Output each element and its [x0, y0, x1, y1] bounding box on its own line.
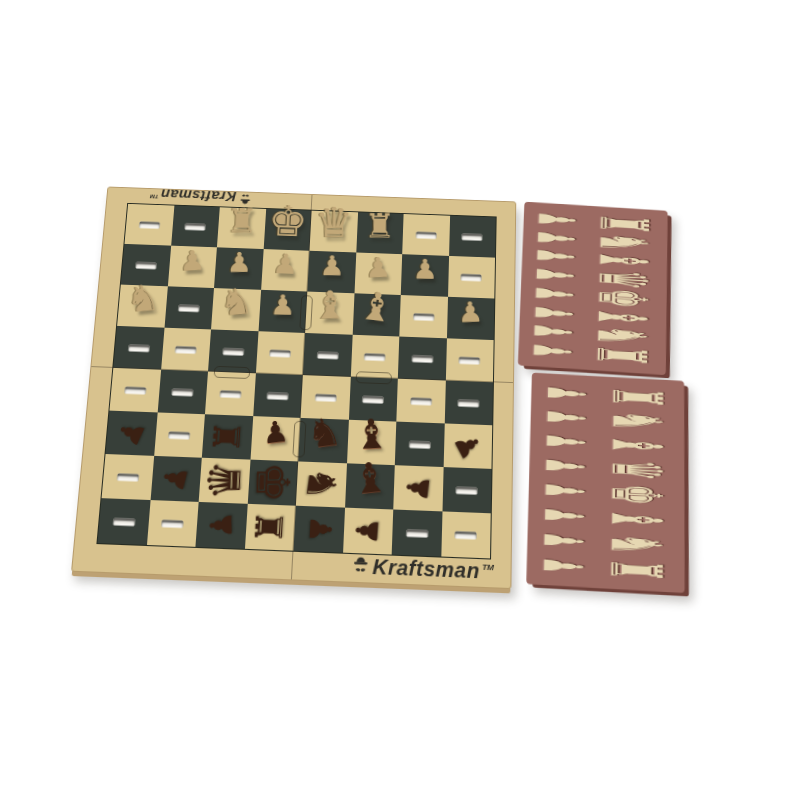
piece-slot-cutout: [169, 431, 191, 439]
board-square-r1c7[interactable]: [402, 214, 449, 256]
piece-slot-cutout: [462, 233, 483, 240]
piece-slot-cutout: [135, 261, 156, 268]
piece-tray-bottom: ♟♜♟♞♟♝♟♛♟♚♟♝♟♞♟♜: [526, 373, 684, 593]
piece-slot-cutout: [412, 355, 433, 363]
piece-slot-cutout: [175, 346, 196, 354]
tray-cutout-rook: ♜: [587, 344, 655, 368]
board-square-r6c8[interactable]: ♟: [443, 423, 492, 468]
jigsaw-tab: [214, 366, 251, 379]
piece-slot-cutout: [315, 393, 336, 401]
board-square-r3c8[interactable]: ♟: [446, 297, 494, 340]
product-photo-scene: Kraftsman TM ♜♚♛♜♟♟♟♟♟♟♞♞♟♝♝♟♟♜♟♞♝♟♟♛♚♞♝…: [57, 168, 683, 615]
board-square-r5c1[interactable]: [109, 368, 160, 413]
tan-pawn-piece[interactable]: ♟: [319, 253, 345, 281]
jigsaw-tab: [299, 295, 313, 330]
dark-bishop-piece[interactable]: ♝: [350, 456, 390, 501]
board-square-r5c7[interactable]: [396, 379, 445, 424]
board-square-r8c6[interactable]: ♟: [343, 508, 394, 555]
board-square-r3c1[interactable]: ♞: [117, 285, 167, 328]
tan-pawn-piece[interactable]: ♟: [365, 254, 391, 282]
tan-rook-piece[interactable]: ♜: [226, 205, 258, 239]
tan-king-piece[interactable]: ♚: [267, 200, 309, 243]
board-square-r8c2[interactable]: [146, 500, 198, 547]
board-square-r3c6[interactable]: ♝: [352, 293, 401, 336]
board-square-r8c1[interactable]: [98, 498, 151, 545]
dark-rook-piece[interactable]: ♜: [251, 510, 290, 545]
tray-cutout-pawn: ♟: [528, 304, 580, 322]
board-square-r3c5[interactable]: ♝: [305, 292, 354, 335]
tray-cutout-bishop: ♝: [602, 507, 672, 531]
tray-row: ♟♜: [532, 554, 680, 583]
tray-cutout-knight: ♞: [603, 410, 671, 433]
piece-slot-cutout: [363, 395, 384, 403]
piece-slot-cutout: [270, 349, 291, 357]
board-square-r6c7[interactable]: [395, 422, 444, 467]
board-square-r8c3[interactable]: ♟: [195, 502, 247, 549]
tan-pawn-piece[interactable]: ♟: [180, 247, 206, 276]
board-square-r1c2[interactable]: [171, 206, 220, 248]
tray-cutout-pawn: ♟: [531, 229, 582, 246]
board-square-r6c2[interactable]: [154, 412, 205, 457]
board-square-r4c1[interactable]: [113, 326, 164, 370]
tray-cutout-pawn: ♟: [537, 506, 591, 525]
board-square-r2c2[interactable]: ♟: [167, 246, 217, 288]
tan-pawn-piece[interactable]: ♟: [270, 292, 296, 320]
tan-pawn-piece[interactable]: ♟: [226, 249, 252, 277]
tray-cutout-pawn: ♟: [538, 481, 592, 500]
tray-cutout-pawn: ♟: [538, 457, 591, 475]
board-square-r7c8[interactable]: [442, 467, 492, 513]
tray-cutout-pawn: ♟: [536, 556, 590, 575]
piece-tray-top: ♟♜♟♞♟♝♟♛♟♚♟♝♟♞♟♜: [518, 202, 668, 375]
dark-king-piece[interactable]: ♚: [249, 462, 296, 504]
dark-rook-piece[interactable]: ♜: [208, 420, 247, 454]
piece-slot-cutout: [416, 231, 437, 238]
tray-cutout-pawn: ♟: [536, 531, 590, 550]
board-square-r4c4[interactable]: [255, 331, 305, 375]
dark-knight-piece[interactable]: ♞: [300, 465, 343, 505]
piece-slot-cutout: [179, 304, 200, 312]
dark-knight-piece[interactable]: ♞: [304, 412, 343, 455]
dark-pawn-piece[interactable]: ♟: [402, 473, 435, 503]
board-square-r6c3[interactable]: ♜: [202, 414, 253, 459]
piece-slot-cutout: [413, 313, 434, 321]
tray-cutout-pawn: ♟: [540, 384, 593, 402]
board-square-r4c2[interactable]: [161, 328, 211, 372]
tan-rook-piece[interactable]: ♜: [364, 210, 395, 244]
board-square-r2c7[interactable]: ♟: [401, 254, 449, 297]
board-square-r5c8[interactable]: [444, 381, 493, 426]
board-square-r3c3[interactable]: ♞: [211, 288, 261, 331]
board-square-r5c2[interactable]: [157, 370, 208, 415]
tray-cutout-rook: ♜: [604, 386, 672, 409]
tray-cutout-pawn: ♟: [539, 432, 592, 450]
board-square-r8c4[interactable]: ♜: [244, 504, 295, 551]
brand-name-top: Kraftsman: [160, 187, 237, 205]
board-square-r5c4[interactable]: [253, 373, 303, 418]
piece-slot-cutout: [139, 221, 160, 228]
board-square-r6c5[interactable]: ♞: [298, 418, 348, 463]
piece-slot-cutout: [185, 223, 206, 230]
brand-tm-top: TM: [150, 194, 159, 200]
board-square-r3c7[interactable]: [399, 295, 447, 338]
jigsaw-tab: [356, 371, 392, 384]
piece-slot-cutout: [172, 388, 194, 396]
tan-pawn-piece[interactable]: ♟: [412, 256, 438, 284]
board-square-r7c3[interactable]: ♛: [199, 458, 250, 504]
board-square-r4c8[interactable]: [445, 338, 493, 382]
dark-pawn-piece[interactable]: ♟: [158, 463, 193, 495]
piece-slot-cutout: [406, 529, 428, 537]
board-square-r7c1[interactable]: [102, 454, 154, 500]
board-square-r8c7[interactable]: [392, 510, 442, 557]
board-square-r1c5[interactable]: ♛: [309, 211, 357, 253]
board-square-r4c5[interactable]: [303, 333, 352, 377]
tray-cutout-pawn: ♟: [526, 342, 578, 360]
board-square-r2c4[interactable]: ♟: [261, 249, 310, 291]
brand-name-bottom: Kraftsman: [372, 555, 480, 584]
board-square-r1c4[interactable]: ♚: [263, 209, 311, 251]
board-square-r1c6[interactable]: ♜: [356, 212, 404, 254]
dark-pawn-piece[interactable]: ♟: [261, 417, 290, 449]
dark-pawn-piece[interactable]: ♟: [352, 517, 384, 546]
board-square-r8c8[interactable]: [441, 511, 491, 558]
board-square-r1c1[interactable]: [124, 204, 173, 246]
tray-cutout-pawn: ♟: [539, 408, 592, 426]
tan-knight-piece[interactable]: ♞: [125, 279, 161, 319]
chess-board-grid: ♜♚♛♜♟♟♟♟♟♟♞♞♟♝♝♟♟♜♟♞♝♟♟♛♚♞♝♟♟♜♟♟: [96, 203, 496, 560]
piece-slot-cutout: [113, 517, 135, 525]
tray-cutout-bishop: ♝: [603, 434, 672, 458]
piece-slot-cutout: [455, 531, 477, 539]
jigsaw-tab: [292, 421, 306, 458]
piece-slot-cutout: [117, 473, 139, 481]
board-square-r7c7[interactable]: ♟: [393, 465, 443, 511]
piece-slot-cutout: [459, 356, 480, 364]
dark-pawn-piece[interactable]: ♟: [449, 428, 487, 465]
board-square-r1c8[interactable]: [449, 216, 496, 258]
tan-bishop-piece[interactable]: ♝: [312, 286, 348, 325]
piece-slot-cutout: [456, 486, 478, 494]
dark-bishop-piece[interactable]: ♝: [353, 413, 391, 455]
board-square-r7c4[interactable]: ♚: [247, 460, 298, 506]
board-square-r8c5[interactable]: ♟: [293, 506, 344, 553]
dark-queen-piece[interactable]: ♛: [201, 460, 247, 501]
board-square-r1c3[interactable]: ♜: [217, 207, 266, 249]
piece-slot-cutout: [364, 353, 385, 361]
dark-pawn-piece[interactable]: ♟: [303, 515, 334, 543]
board-square-r7c5[interactable]: ♞: [296, 461, 347, 507]
tray-cutout-queen: ♛: [603, 458, 672, 482]
piece-slot-cutout: [128, 344, 149, 352]
dark-pawn-piece[interactable]: ♟: [113, 416, 151, 451]
dark-pawn-piece[interactable]: ♟: [206, 511, 236, 540]
tan-pawn-piece[interactable]: ♟: [272, 251, 299, 279]
board-square-r2c8[interactable]: [448, 256, 495, 299]
board-square-r6c1[interactable]: ♟: [106, 411, 158, 456]
tray-cutout-knight: ♞: [602, 532, 672, 557]
kraftsman-man-icon: [351, 555, 370, 578]
tan-pawn-piece[interactable]: ♟: [457, 299, 484, 328]
tan-queen-piece[interactable]: ♛: [315, 203, 354, 244]
chess-board: Kraftsman TM ♜♚♛♜♟♟♟♟♟♟♞♞♟♝♝♟♟♜♟♞♝♟♟♛♚♞♝…: [71, 187, 516, 590]
piece-slot-cutout: [124, 386, 146, 394]
board-square-r7c2[interactable]: ♟: [150, 456, 202, 502]
tray-cutout-pawn: ♟: [528, 285, 580, 303]
piece-slot-cutout: [461, 273, 482, 280]
piece-slot-cutout: [410, 397, 431, 405]
board-square-r3c2[interactable]: [164, 286, 214, 329]
tray-cutout-pawn: ♟: [531, 211, 582, 228]
brand-logo-bottom: Kraftsman TM: [351, 554, 494, 584]
piece-slot-cutout: [162, 519, 184, 527]
piece-slot-cutout: [317, 351, 338, 359]
piece-slot-cutout: [222, 347, 243, 355]
board-square-r4c7[interactable]: [398, 337, 447, 381]
tray-cutout-king: ♚: [602, 483, 671, 507]
piece-slot-cutout: [220, 390, 242, 398]
tan-bishop-piece[interactable]: ♝: [356, 286, 397, 329]
piece-slot-cutout: [458, 399, 479, 407]
brand-tm-bottom: TM: [482, 562, 494, 572]
tan-knight-piece[interactable]: ♞: [219, 283, 254, 322]
board-square-r7c6[interactable]: ♝: [345, 463, 395, 509]
piece-slot-cutout: [409, 440, 430, 448]
piece-slot-cutout: [267, 392, 288, 400]
tray-cutout-rook: ♜: [601, 558, 671, 583]
tray-cutout-cell: ♟: [531, 543, 594, 589]
